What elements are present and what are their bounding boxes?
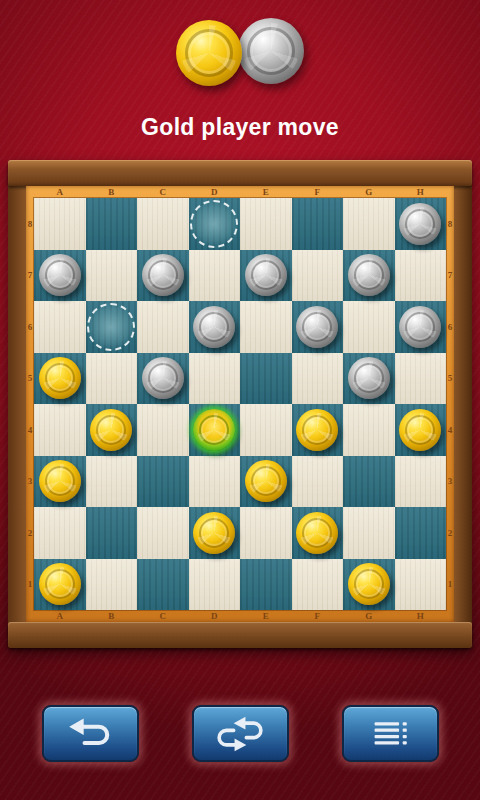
gold-piece-A1[interactable] <box>39 563 81 605</box>
coord-label-2: 2 <box>446 507 454 559</box>
coord-label-4: 4 <box>446 404 454 456</box>
controls-bar <box>0 705 480 762</box>
coords-left: 87654321 <box>26 198 34 610</box>
coord-label-G: G <box>343 610 395 622</box>
coord-label-1: 1 <box>446 559 454 611</box>
square-C8 <box>137 198 189 250</box>
square-E2 <box>240 507 292 559</box>
square-H1 <box>395 559 447 611</box>
gold-piece-A5[interactable] <box>39 357 81 399</box>
undo-button[interactable] <box>42 705 139 762</box>
square-G4 <box>343 404 395 456</box>
coord-label-D: D <box>189 186 241 198</box>
square-H6[interactable] <box>395 301 447 353</box>
coord-label-1: 1 <box>26 559 34 611</box>
silver-piece-G7[interactable] <box>348 254 390 296</box>
silver-piece-C7[interactable] <box>142 254 184 296</box>
square-E4 <box>240 404 292 456</box>
silver-piece-H8[interactable] <box>399 203 441 245</box>
square-H3 <box>395 456 447 508</box>
square-A5[interactable] <box>34 353 86 405</box>
square-D6[interactable] <box>189 301 241 353</box>
coord-label-6: 6 <box>26 301 34 353</box>
replay-button[interactable] <box>192 705 289 762</box>
square-D4[interactable] <box>189 404 241 456</box>
square-C1[interactable] <box>137 559 189 611</box>
board-rail-top <box>8 160 472 186</box>
coord-label-D: D <box>189 610 241 622</box>
checkers-app: Gold player move ABCDEFGH 87654321 87654… <box>0 0 480 800</box>
square-A3[interactable] <box>34 456 86 508</box>
coord-label-7: 7 <box>446 250 454 302</box>
square-G6 <box>343 301 395 353</box>
move-target-D8[interactable] <box>190 200 238 248</box>
square-D5 <box>189 353 241 405</box>
coord-label-C: C <box>137 610 189 622</box>
coord-label-4: 4 <box>26 404 34 456</box>
square-C7[interactable] <box>137 250 189 302</box>
square-B1 <box>86 559 138 611</box>
square-A7[interactable] <box>34 250 86 302</box>
square-G2 <box>343 507 395 559</box>
moves-list-icon <box>361 714 419 754</box>
square-A6 <box>34 301 86 353</box>
coord-label-6: 6 <box>446 301 454 353</box>
silver-piece-D6[interactable] <box>193 306 235 348</box>
board-rail-bottom <box>8 622 472 648</box>
silver-checker-icon <box>238 18 304 84</box>
board-border: ABCDEFGH 87654321 87654321 ABCDEFGH <box>26 186 454 622</box>
coord-label-G: G <box>343 186 395 198</box>
square-B6[interactable] <box>86 301 138 353</box>
square-A1[interactable] <box>34 559 86 611</box>
coord-label-3: 3 <box>446 456 454 508</box>
square-D1 <box>189 559 241 611</box>
coord-label-5: 5 <box>446 353 454 405</box>
coord-label-F: F <box>292 186 344 198</box>
square-E6 <box>240 301 292 353</box>
square-D7 <box>189 250 241 302</box>
square-D3 <box>189 456 241 508</box>
silver-piece-F6[interactable] <box>296 306 338 348</box>
square-G3[interactable] <box>343 456 395 508</box>
square-H2[interactable] <box>395 507 447 559</box>
square-F7 <box>292 250 344 302</box>
gold-piece-G1[interactable] <box>348 563 390 605</box>
gold-piece-A3[interactable] <box>39 460 81 502</box>
gold-piece-F4[interactable] <box>296 409 338 451</box>
square-C6 <box>137 301 189 353</box>
square-H8[interactable] <box>395 198 447 250</box>
coords-top: ABCDEFGH <box>34 186 446 198</box>
silver-piece-C5[interactable] <box>142 357 184 399</box>
coords-right: 87654321 <box>446 198 454 610</box>
square-F3 <box>292 456 344 508</box>
coord-label-8: 8 <box>26 198 34 250</box>
silver-piece-E7[interactable] <box>245 254 287 296</box>
square-G1[interactable] <box>343 559 395 611</box>
coord-label-A: A <box>34 186 86 198</box>
board-frame: ABCDEFGH 87654321 87654321 ABCDEFGH <box>8 160 472 648</box>
coord-label-3: 3 <box>26 456 34 508</box>
turn-indicator: Gold player move <box>0 114 480 141</box>
square-H7 <box>395 250 447 302</box>
square-D2[interactable] <box>189 507 241 559</box>
silver-piece-G5[interactable] <box>348 357 390 399</box>
gold-piece-E3[interactable] <box>245 460 287 502</box>
coord-label-F: F <box>292 610 344 622</box>
square-F4[interactable] <box>292 404 344 456</box>
coord-label-H: H <box>395 186 447 198</box>
square-E3[interactable] <box>240 456 292 508</box>
square-E8 <box>240 198 292 250</box>
coord-label-C: C <box>137 186 189 198</box>
square-B8[interactable] <box>86 198 138 250</box>
coord-label-5: 5 <box>26 353 34 405</box>
square-G8 <box>343 198 395 250</box>
square-E7[interactable] <box>240 250 292 302</box>
square-D8[interactable] <box>189 198 241 250</box>
replay-arrows-icon <box>211 714 269 754</box>
square-B2[interactable] <box>86 507 138 559</box>
move-target-B6[interactable] <box>87 303 135 351</box>
board-grid <box>34 198 446 610</box>
square-G7[interactable] <box>343 250 395 302</box>
square-C5[interactable] <box>137 353 189 405</box>
coord-label-H: H <box>395 610 447 622</box>
square-H5 <box>395 353 447 405</box>
coords-bottom: ABCDEFGH <box>34 610 446 622</box>
square-F1 <box>292 559 344 611</box>
square-B7 <box>86 250 138 302</box>
square-F8[interactable] <box>292 198 344 250</box>
square-C3[interactable] <box>137 456 189 508</box>
silver-piece-A7[interactable] <box>39 254 81 296</box>
coord-label-7: 7 <box>26 250 34 302</box>
gold-piece-D2[interactable] <box>193 512 235 554</box>
square-C2 <box>137 507 189 559</box>
square-H4[interactable] <box>395 404 447 456</box>
square-A2 <box>34 507 86 559</box>
gold-piece-F2[interactable] <box>296 512 338 554</box>
square-B3 <box>86 456 138 508</box>
coord-label-E: E <box>240 186 292 198</box>
coord-label-8: 8 <box>446 198 454 250</box>
coord-label-E: E <box>240 610 292 622</box>
menu-button[interactable] <box>342 705 439 762</box>
undo-arrow-icon <box>61 714 119 754</box>
gold-piece-B4[interactable] <box>90 409 132 451</box>
gold-checker-icon <box>176 20 242 86</box>
square-A4 <box>34 404 86 456</box>
square-G5[interactable] <box>343 353 395 405</box>
coord-label-A: A <box>34 610 86 622</box>
square-E5[interactable] <box>240 353 292 405</box>
coord-label-B: B <box>86 186 138 198</box>
square-B4[interactable] <box>86 404 138 456</box>
square-A8 <box>34 198 86 250</box>
square-F6[interactable] <box>292 301 344 353</box>
square-C4 <box>137 404 189 456</box>
silver-piece-H6[interactable] <box>399 306 441 348</box>
square-E1[interactable] <box>240 559 292 611</box>
square-F5 <box>292 353 344 405</box>
square-B5 <box>86 353 138 405</box>
coord-label-B: B <box>86 610 138 622</box>
gold-piece-H4[interactable] <box>399 409 441 451</box>
square-F2[interactable] <box>292 507 344 559</box>
gold-piece-D4-selected[interactable] <box>193 409 235 451</box>
coord-label-2: 2 <box>26 507 34 559</box>
